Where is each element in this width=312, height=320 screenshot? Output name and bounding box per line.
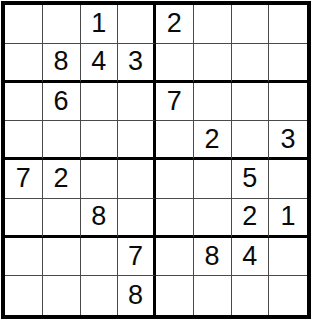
cell-r5c4[interactable]: [118, 160, 156, 199]
cell-r8c5[interactable]: [156, 276, 194, 315]
cell-r1c7[interactable]: [232, 5, 270, 44]
cell-r6c1[interactable]: [5, 199, 43, 238]
cell-r2c4[interactable]: 3: [118, 44, 156, 83]
cell-r4c3[interactable]: [81, 121, 119, 160]
cell-r7c7[interactable]: 4: [232, 238, 270, 277]
cell-r6c2[interactable]: [43, 199, 81, 238]
cell-r3c4[interactable]: [118, 83, 156, 122]
cell-r5c7[interactable]: 5: [232, 160, 270, 199]
cell-r3c5[interactable]: 7: [156, 83, 194, 122]
cell-r7c3[interactable]: [81, 238, 119, 277]
cell-r5c2[interactable]: 2: [43, 160, 81, 199]
cell-r7c8[interactable]: [269, 238, 307, 277]
cell-r1c5[interactable]: 2: [156, 5, 194, 44]
cell-r8c4[interactable]: 8: [118, 276, 156, 315]
cell-r3c1[interactable]: [5, 83, 43, 122]
cell-r6c7[interactable]: 2: [232, 199, 270, 238]
cell-r1c1[interactable]: [5, 5, 43, 44]
cell-r7c5[interactable]: [156, 238, 194, 277]
cell-r8c1[interactable]: [5, 276, 43, 315]
cell-r8c7[interactable]: [232, 276, 270, 315]
cell-r5c8[interactable]: [269, 160, 307, 199]
cell-r7c1[interactable]: [5, 238, 43, 277]
cell-r5c6[interactable]: [194, 160, 232, 199]
cell-r2c8[interactable]: [269, 44, 307, 83]
cell-r5c3[interactable]: [81, 160, 119, 199]
cell-r3c8[interactable]: [269, 83, 307, 122]
cell-r5c5[interactable]: [156, 160, 194, 199]
cell-r3c3[interactable]: [81, 83, 119, 122]
cell-r4c2[interactable]: [43, 121, 81, 160]
cell-r7c2[interactable]: [43, 238, 81, 277]
cell-r2c3[interactable]: 4: [81, 44, 119, 83]
cell-r4c8[interactable]: 3: [269, 121, 307, 160]
cell-r2c5[interactable]: [156, 44, 194, 83]
cell-r4c5[interactable]: [156, 121, 194, 160]
cell-r1c2[interactable]: [43, 5, 81, 44]
cell-r4c4[interactable]: [118, 121, 156, 160]
cell-r3c6[interactable]: [194, 83, 232, 122]
cell-r8c6[interactable]: [194, 276, 232, 315]
cell-r6c6[interactable]: [194, 199, 232, 238]
cell-r4c1[interactable]: [5, 121, 43, 160]
cell-r4c7[interactable]: [232, 121, 270, 160]
cell-r3c2[interactable]: 6: [43, 83, 81, 122]
cell-r1c6[interactable]: [194, 5, 232, 44]
cell-r8c8[interactable]: [269, 276, 307, 315]
cell-r4c6[interactable]: 2: [194, 121, 232, 160]
cell-r1c8[interactable]: [269, 5, 307, 44]
cell-r7c4[interactable]: 7: [118, 238, 156, 277]
cell-r8c3[interactable]: [81, 276, 119, 315]
cell-r5c1[interactable]: 7: [5, 160, 43, 199]
cell-r6c8[interactable]: 1: [269, 199, 307, 238]
cell-r6c3[interactable]: 8: [81, 199, 119, 238]
sudoku-board: 1284367237258217848: [1, 1, 311, 319]
cell-r1c4[interactable]: [118, 5, 156, 44]
cell-r6c4[interactable]: [118, 199, 156, 238]
cell-r3c7[interactable]: [232, 83, 270, 122]
cell-r2c2[interactable]: 8: [43, 44, 81, 83]
cell-r1c3[interactable]: 1: [81, 5, 119, 44]
cell-r7c6[interactable]: 8: [194, 238, 232, 277]
cell-r2c7[interactable]: [232, 44, 270, 83]
cell-r2c1[interactable]: [5, 44, 43, 83]
cell-r8c2[interactable]: [43, 276, 81, 315]
cell-r6c5[interactable]: [156, 199, 194, 238]
cell-r2c6[interactable]: [194, 44, 232, 83]
